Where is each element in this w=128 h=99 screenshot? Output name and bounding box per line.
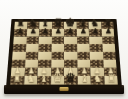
square-a8: ♜	[14, 22, 27, 29]
white-pawn-f2: ♟	[77, 67, 90, 75]
black-bishop-f8: ♝	[76, 19, 88, 28]
square-e4	[64, 52, 77, 60]
chess-set-photo: ♜♞♝♛♚♝♞♜♟♟♟♟♟♟♟♟♟♟♟♟♟♟♟♟♜♞♝♛♛♝♞♜	[0, 0, 128, 99]
square-h3	[103, 60, 117, 68]
white-pawn-g2: ♟	[91, 67, 104, 75]
square-d4	[51, 52, 64, 60]
square-c8: ♝	[39, 22, 52, 29]
square-g1: ♞	[91, 76, 105, 84]
square-c4	[38, 52, 51, 60]
square-e5	[64, 44, 77, 52]
square-f5	[77, 44, 90, 52]
square-b1: ♞	[24, 76, 38, 84]
square-e7: ♟	[64, 29, 77, 36]
clasp-icon	[60, 87, 69, 91]
white-knight-b1: ♞	[24, 74, 37, 84]
square-c5	[38, 44, 51, 52]
square-b8: ♞	[27, 22, 40, 29]
square-f6	[77, 36, 90, 44]
black-bishop-c8: ♝	[39, 19, 51, 28]
square-e1: ♛	[64, 76, 77, 84]
square-a5	[13, 44, 26, 52]
square-g6	[89, 36, 102, 44]
black-king-e8: ♚	[64, 17, 76, 28]
square-h1: ♜	[104, 76, 118, 84]
black-pawn-a7: ♟	[14, 28, 27, 35]
black-rook-a8: ♜	[14, 19, 26, 28]
square-g7: ♟	[89, 29, 102, 36]
black-pawn-g7: ♟	[89, 28, 102, 35]
square-a3	[12, 60, 26, 68]
white-pawn-b2: ♟	[24, 67, 37, 75]
square-h4	[102, 52, 115, 60]
square-d5	[51, 44, 64, 52]
white-pawn-e2: ♟	[64, 67, 77, 75]
square-b2: ♟	[24, 68, 38, 76]
board-wrap: ♜♞♝♛♚♝♞♜♟♟♟♟♟♟♟♟♟♟♟♟♟♟♟♟♜♞♝♛♛♝♞♜	[6, 0, 122, 88]
square-a2: ♟	[11, 68, 25, 76]
white-pawn-d2: ♟	[51, 67, 64, 75]
square-d8: ♛	[52, 22, 64, 29]
black-pawn-b7: ♟	[26, 28, 39, 35]
chess-board: ♜♞♝♛♚♝♞♜♟♟♟♟♟♟♟♟♟♟♟♟♟♟♟♟♜♞♝♛♛♝♞♜	[6, 19, 122, 88]
square-g3	[90, 60, 103, 68]
square-b6	[26, 36, 39, 44]
black-rook-h8: ♜	[101, 19, 113, 28]
square-c2: ♟	[37, 68, 50, 76]
square-a4	[12, 52, 25, 60]
white-rook-h1: ♜	[104, 74, 117, 84]
square-h6	[102, 36, 115, 44]
square-f3	[77, 60, 90, 68]
white-pawn-c2: ♟	[37, 67, 50, 75]
square-c3	[38, 60, 51, 68]
square-b4	[25, 52, 38, 60]
square-f1: ♝	[77, 76, 91, 84]
white-pawn-h2: ♟	[104, 67, 117, 75]
black-pawn-e7: ♟	[64, 28, 77, 35]
square-e8: ♚	[64, 22, 76, 29]
white-pawn-a2: ♟	[11, 67, 24, 75]
black-pawn-h7: ♟	[102, 28, 115, 35]
square-a1: ♜	[10, 76, 24, 84]
square-d3	[51, 60, 64, 68]
square-g4	[90, 52, 103, 60]
square-b5	[26, 44, 39, 52]
square-a7: ♟	[14, 29, 27, 36]
square-f7: ♟	[76, 29, 89, 36]
square-f2: ♟	[77, 68, 90, 76]
square-g2: ♟	[90, 68, 104, 76]
square-b3	[25, 60, 38, 68]
black-pawn-d7: ♟	[51, 28, 64, 35]
square-d6	[51, 36, 64, 44]
square-d2: ♟	[51, 68, 64, 76]
black-queen-e1: ♛	[64, 72, 77, 84]
square-h7: ♟	[101, 29, 114, 36]
black-knight-g8: ♞	[89, 19, 101, 28]
square-d1: ♛	[51, 76, 64, 84]
white-rook-a1: ♜	[10, 74, 23, 84]
square-g8: ♞	[89, 22, 102, 29]
square-d7: ♟	[51, 29, 64, 36]
square-h5	[102, 44, 115, 52]
square-h2: ♟	[103, 68, 117, 76]
black-pawn-c7: ♟	[39, 28, 52, 35]
white-queen-d1: ♛	[51, 72, 64, 84]
black-knight-b8: ♞	[27, 19, 39, 28]
square-c7: ♟	[39, 29, 52, 36]
white-knight-g1: ♞	[91, 74, 104, 84]
square-e6	[64, 36, 77, 44]
square-e2: ♟	[64, 68, 77, 76]
square-b7: ♟	[26, 29, 39, 36]
black-queen-d8: ♛	[52, 17, 64, 28]
square-a6	[13, 36, 26, 44]
square-c1: ♝	[37, 76, 51, 84]
black-pawn-f7: ♟	[77, 28, 90, 35]
square-g5	[89, 44, 102, 52]
white-bishop-c1: ♝	[37, 74, 50, 84]
white-bishop-f1: ♝	[77, 74, 90, 84]
square-h8: ♜	[101, 22, 114, 29]
square-c6	[39, 36, 52, 44]
square-f8: ♝	[76, 22, 89, 29]
square-e3	[64, 60, 77, 68]
square-f4	[77, 52, 90, 60]
